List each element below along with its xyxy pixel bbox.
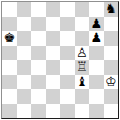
square-g8[interactable] bbox=[89, 2, 104, 17]
square-a3[interactable] bbox=[2, 75, 17, 90]
square-e4[interactable] bbox=[60, 60, 75, 75]
square-d7[interactable] bbox=[46, 17, 61, 32]
piece-black-knight[interactable]: ♞ bbox=[104, 2, 119, 17]
square-g2[interactable] bbox=[89, 89, 104, 104]
piece-black-bishop[interactable]: ♝ bbox=[75, 75, 90, 90]
square-b2[interactable] bbox=[17, 89, 32, 104]
square-d5[interactable] bbox=[46, 46, 61, 61]
square-g5[interactable] bbox=[89, 46, 104, 61]
square-h3[interactable]: ♔ bbox=[104, 75, 119, 90]
square-f5[interactable]: ♙ bbox=[75, 46, 90, 61]
square-d8[interactable] bbox=[46, 2, 61, 17]
square-c6[interactable] bbox=[31, 31, 46, 46]
square-d6[interactable] bbox=[46, 31, 61, 46]
square-f6[interactable] bbox=[75, 31, 90, 46]
square-c2[interactable] bbox=[31, 89, 46, 104]
square-a7[interactable] bbox=[2, 17, 17, 32]
chess-board: ♞♟♚♟♙♖♝♔ bbox=[2, 2, 118, 118]
square-b4[interactable] bbox=[17, 60, 32, 75]
square-d1[interactable] bbox=[46, 104, 61, 119]
square-h6[interactable] bbox=[104, 31, 119, 46]
square-f8[interactable] bbox=[75, 2, 90, 17]
square-h2[interactable] bbox=[104, 89, 119, 104]
piece-white-king[interactable]: ♔ bbox=[104, 75, 119, 90]
square-c7[interactable] bbox=[31, 17, 46, 32]
square-e7[interactable] bbox=[60, 17, 75, 32]
square-a4[interactable] bbox=[2, 60, 17, 75]
square-c1[interactable] bbox=[31, 104, 46, 119]
square-b1[interactable] bbox=[17, 104, 32, 119]
square-e5[interactable] bbox=[60, 46, 75, 61]
square-f3[interactable]: ♝ bbox=[75, 75, 90, 90]
square-e6[interactable] bbox=[60, 31, 75, 46]
square-b6[interactable] bbox=[17, 31, 32, 46]
square-e1[interactable] bbox=[60, 104, 75, 119]
square-h7[interactable] bbox=[104, 17, 119, 32]
square-f7[interactable] bbox=[75, 17, 90, 32]
square-g4[interactable] bbox=[89, 60, 104, 75]
piece-white-pawn[interactable]: ♙ bbox=[75, 46, 90, 61]
square-a2[interactable] bbox=[2, 89, 17, 104]
square-a6[interactable]: ♚ bbox=[2, 31, 17, 46]
square-c8[interactable] bbox=[31, 2, 46, 17]
square-b5[interactable] bbox=[17, 46, 32, 61]
square-a1[interactable] bbox=[2, 104, 17, 119]
square-g7[interactable]: ♟ bbox=[89, 17, 104, 32]
piece-black-king[interactable]: ♚ bbox=[2, 31, 17, 46]
board-frame: ♞♟♚♟♙♖♝♔ bbox=[1, 1, 119, 119]
piece-black-pawn[interactable]: ♟ bbox=[89, 31, 104, 46]
square-d2[interactable] bbox=[46, 89, 61, 104]
piece-black-pawn[interactable]: ♟ bbox=[89, 17, 104, 32]
square-f2[interactable] bbox=[75, 89, 90, 104]
square-g3[interactable] bbox=[89, 75, 104, 90]
square-d4[interactable] bbox=[46, 60, 61, 75]
square-a5[interactable] bbox=[2, 46, 17, 61]
square-h4[interactable] bbox=[104, 60, 119, 75]
square-c5[interactable] bbox=[31, 46, 46, 61]
square-c3[interactable] bbox=[31, 75, 46, 90]
square-d3[interactable] bbox=[46, 75, 61, 90]
square-e3[interactable] bbox=[60, 75, 75, 90]
square-b3[interactable] bbox=[17, 75, 32, 90]
square-b8[interactable] bbox=[17, 2, 32, 17]
square-h8[interactable]: ♞ bbox=[104, 2, 119, 17]
square-e8[interactable] bbox=[60, 2, 75, 17]
piece-white-rook[interactable]: ♖ bbox=[75, 60, 90, 75]
square-g6[interactable]: ♟ bbox=[89, 31, 104, 46]
square-g1[interactable] bbox=[89, 104, 104, 119]
square-f4[interactable]: ♖ bbox=[75, 60, 90, 75]
square-h1[interactable] bbox=[104, 104, 119, 119]
square-c4[interactable] bbox=[31, 60, 46, 75]
square-e2[interactable] bbox=[60, 89, 75, 104]
square-f1[interactable] bbox=[75, 104, 90, 119]
square-b7[interactable] bbox=[17, 17, 32, 32]
square-h5[interactable] bbox=[104, 46, 119, 61]
square-a8[interactable] bbox=[2, 2, 17, 17]
